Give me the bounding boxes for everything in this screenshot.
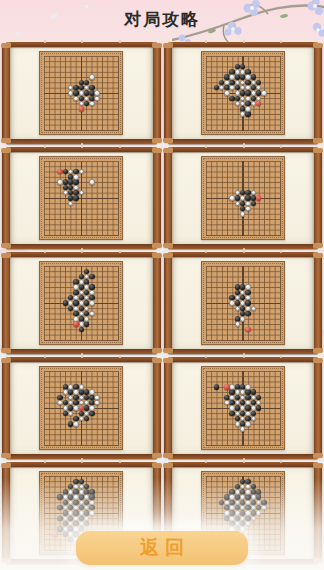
white-stone bbox=[68, 489, 73, 494]
rail-peg bbox=[280, 460, 282, 463]
white-stone bbox=[63, 526, 68, 531]
white-stone bbox=[251, 516, 256, 521]
scroll-rail-top bbox=[6, 42, 157, 47]
scroll-panel-2[interactable] bbox=[164, 42, 323, 144]
white-stone bbox=[79, 500, 84, 505]
white-stone bbox=[84, 494, 89, 499]
white-stone bbox=[245, 421, 250, 426]
scroll-rail-top bbox=[6, 462, 157, 467]
black-stone bbox=[73, 300, 78, 305]
white-stone bbox=[89, 179, 94, 184]
red-stone bbox=[79, 106, 84, 111]
scroll-roller-right bbox=[314, 149, 322, 247]
white-stone bbox=[73, 421, 78, 426]
scroll-rail-top bbox=[168, 42, 319, 47]
black-stone bbox=[89, 274, 94, 279]
rail-peg bbox=[81, 145, 83, 148]
scroll-roller-right bbox=[314, 464, 322, 562]
red-stone bbox=[224, 384, 229, 389]
white-stone bbox=[89, 101, 94, 106]
black-stone bbox=[84, 321, 89, 326]
scroll-roller-right bbox=[314, 254, 322, 352]
scroll-roller-left bbox=[2, 44, 10, 142]
rail-peg bbox=[280, 250, 282, 253]
white-stone bbox=[63, 494, 68, 499]
scroll-rail-bottom bbox=[168, 454, 319, 459]
go-board-5 bbox=[39, 261, 123, 345]
white-stone bbox=[229, 395, 234, 400]
white-stone bbox=[73, 174, 78, 179]
black-stone bbox=[79, 327, 84, 332]
rail-peg bbox=[119, 40, 121, 43]
white-stone bbox=[73, 96, 78, 101]
white-stone bbox=[229, 384, 234, 389]
white-stone bbox=[68, 384, 73, 389]
rail-peg bbox=[205, 250, 207, 253]
scroll-panel-1[interactable] bbox=[2, 42, 161, 144]
scroll-roller-left bbox=[164, 254, 172, 352]
rail-peg bbox=[205, 460, 207, 463]
white-stone bbox=[240, 526, 245, 531]
scroll-rail-bottom bbox=[6, 244, 157, 249]
black-stone bbox=[245, 111, 250, 116]
black-stone bbox=[214, 384, 219, 389]
go-board-4 bbox=[201, 156, 285, 240]
petal-decoration bbox=[15, 31, 23, 37]
white-stone bbox=[245, 74, 250, 79]
rail-peg bbox=[44, 460, 46, 463]
black-stone bbox=[57, 494, 62, 499]
white-stone bbox=[89, 290, 94, 295]
white-stone bbox=[224, 80, 229, 85]
red-stone bbox=[57, 169, 62, 174]
scroll-rail-bottom bbox=[168, 349, 319, 354]
white-stone bbox=[235, 510, 240, 515]
red-stone bbox=[73, 321, 78, 326]
scroll-rail-top bbox=[6, 252, 157, 257]
scroll-roller-right bbox=[314, 44, 322, 142]
black-stone bbox=[73, 195, 78, 200]
go-board-8 bbox=[201, 366, 285, 450]
rail-peg bbox=[81, 460, 83, 463]
white-stone bbox=[224, 400, 229, 405]
rail-peg bbox=[119, 250, 121, 253]
white-stone bbox=[245, 106, 250, 111]
white-stone bbox=[245, 500, 250, 505]
white-stone bbox=[79, 489, 84, 494]
white-stone bbox=[73, 494, 78, 499]
scroll-rail-top bbox=[168, 462, 319, 467]
white-stone bbox=[224, 510, 229, 515]
white-stone bbox=[79, 321, 84, 326]
white-stone bbox=[73, 516, 78, 521]
white-stone bbox=[89, 500, 94, 505]
white-stone bbox=[245, 510, 250, 515]
scroll-roller-left bbox=[2, 254, 10, 352]
white-stone bbox=[68, 90, 73, 95]
white-stone bbox=[245, 489, 250, 494]
white-stone bbox=[229, 195, 234, 200]
white-stone bbox=[261, 505, 266, 510]
scroll-roller-left bbox=[2, 149, 10, 247]
white-stone bbox=[229, 405, 234, 410]
white-stone bbox=[89, 311, 94, 316]
rail-peg bbox=[44, 355, 46, 358]
go-board-6 bbox=[201, 261, 285, 345]
white-stone bbox=[240, 211, 245, 216]
white-stone bbox=[251, 90, 256, 95]
rail-peg bbox=[243, 563, 245, 566]
black-stone bbox=[57, 526, 62, 531]
scroll-rail-bottom bbox=[6, 139, 157, 144]
white-stone bbox=[235, 411, 240, 416]
white-stone bbox=[57, 179, 62, 184]
white-stone bbox=[73, 306, 78, 311]
rail-peg bbox=[205, 355, 207, 358]
black-stone bbox=[245, 300, 250, 305]
scroll-roller-right bbox=[153, 44, 161, 142]
red-stone bbox=[245, 327, 250, 332]
white-stone bbox=[84, 284, 89, 289]
scroll-roller-right bbox=[153, 254, 161, 352]
black-stone bbox=[256, 405, 261, 410]
white-stone bbox=[68, 300, 73, 305]
white-stone bbox=[229, 494, 234, 499]
go-board-3 bbox=[39, 156, 123, 240]
white-stone bbox=[251, 306, 256, 311]
white-stone bbox=[245, 384, 250, 389]
white-stone bbox=[235, 421, 240, 426]
white-stone bbox=[84, 316, 89, 321]
white-stone bbox=[245, 306, 250, 311]
scroll-panel-6[interactable] bbox=[164, 252, 323, 354]
rail-peg bbox=[243, 355, 245, 358]
white-stone bbox=[245, 521, 250, 526]
white-stone bbox=[251, 80, 256, 85]
white-stone bbox=[89, 405, 94, 410]
white-stone bbox=[89, 510, 94, 515]
scroll-roller-right bbox=[153, 359, 161, 457]
white-stone bbox=[245, 411, 250, 416]
white-stone bbox=[235, 90, 240, 95]
white-stone bbox=[73, 526, 78, 531]
rail-peg bbox=[119, 145, 121, 148]
rail-peg bbox=[243, 40, 245, 43]
red-stone bbox=[79, 405, 84, 410]
back-button[interactable]: 返回 bbox=[76, 531, 248, 565]
rail-peg bbox=[44, 145, 46, 148]
white-stone bbox=[235, 489, 240, 494]
rail-peg bbox=[81, 40, 83, 43]
scroll-roller-left bbox=[2, 359, 10, 457]
white-stone bbox=[63, 516, 68, 521]
go-board-1 bbox=[39, 51, 123, 135]
white-stone bbox=[245, 284, 250, 289]
scroll-rail-bottom bbox=[168, 244, 319, 249]
rail-peg bbox=[81, 355, 83, 358]
white-stone bbox=[261, 90, 266, 95]
scroll-roller-right bbox=[153, 149, 161, 247]
rail-peg bbox=[119, 355, 121, 358]
go-board-2 bbox=[201, 51, 285, 135]
black-stone bbox=[73, 90, 78, 95]
white-stone bbox=[79, 384, 84, 389]
white-stone bbox=[73, 405, 78, 410]
scroll-rail-bottom bbox=[6, 454, 157, 459]
white-stone bbox=[229, 300, 234, 305]
white-stone bbox=[79, 279, 84, 284]
white-stone bbox=[63, 389, 68, 394]
scroll-rail-top bbox=[6, 147, 157, 152]
white-stone bbox=[89, 300, 94, 305]
black-stone bbox=[245, 405, 250, 410]
center-horizontal-line bbox=[44, 198, 119, 199]
white-stone bbox=[235, 306, 240, 311]
rail-peg bbox=[243, 145, 245, 148]
white-stone bbox=[79, 290, 84, 295]
white-stone bbox=[251, 395, 256, 400]
white-stone bbox=[79, 510, 84, 515]
red-stone bbox=[52, 531, 57, 536]
rail-peg bbox=[280, 145, 282, 148]
scroll-panel-8[interactable] bbox=[164, 357, 323, 459]
rail-peg bbox=[205, 40, 207, 43]
rail-peg bbox=[119, 460, 121, 463]
scroll-rail-bottom bbox=[168, 139, 319, 144]
white-stone bbox=[224, 90, 229, 95]
black-stone bbox=[89, 411, 94, 416]
rail-peg bbox=[205, 145, 207, 148]
scroll-roller-left bbox=[164, 359, 172, 457]
red-stone bbox=[256, 195, 261, 200]
page-title: 对局攻略 bbox=[0, 8, 324, 31]
rail-peg bbox=[44, 40, 46, 43]
scroll-roller-left bbox=[164, 44, 172, 142]
scroll-panel-5[interactable] bbox=[2, 252, 161, 354]
white-stone bbox=[251, 494, 256, 499]
rail-peg bbox=[81, 250, 83, 253]
scroll-panel-4[interactable] bbox=[164, 147, 323, 249]
white-stone bbox=[89, 389, 94, 394]
white-stone bbox=[79, 300, 84, 305]
scroll-rail-top bbox=[6, 357, 157, 362]
white-stone bbox=[73, 505, 78, 510]
white-stone bbox=[229, 74, 234, 79]
rail-peg bbox=[280, 355, 282, 358]
scroll-roller-left bbox=[164, 149, 172, 247]
white-stone bbox=[73, 295, 78, 300]
scroll-roller-right bbox=[314, 359, 322, 457]
black-stone bbox=[245, 195, 250, 200]
scroll-rail-bottom bbox=[6, 349, 157, 354]
white-stone bbox=[245, 96, 250, 101]
white-stone bbox=[94, 96, 99, 101]
white-stone bbox=[235, 321, 240, 326]
scroll-panel-3[interactable] bbox=[2, 147, 161, 249]
scroll-rail-top bbox=[168, 357, 319, 362]
white-stone bbox=[63, 405, 68, 410]
rail-peg bbox=[243, 460, 245, 463]
black-stone bbox=[245, 311, 250, 316]
white-stone bbox=[89, 74, 94, 79]
white-stone bbox=[79, 90, 84, 95]
go-board-7 bbox=[39, 366, 123, 450]
white-stone bbox=[245, 206, 250, 211]
scroll-panel-7[interactable] bbox=[2, 357, 161, 459]
white-stone bbox=[229, 516, 234, 521]
black-stone bbox=[57, 516, 62, 521]
white-stone bbox=[68, 510, 73, 515]
scroll-rail-top bbox=[168, 147, 319, 152]
white-stone bbox=[73, 185, 78, 190]
black-stone bbox=[245, 90, 250, 95]
boards-grid bbox=[2, 42, 322, 564]
rail-peg bbox=[44, 250, 46, 253]
white-stone bbox=[94, 90, 99, 95]
white-stone bbox=[256, 510, 261, 515]
black-stone bbox=[251, 201, 256, 206]
scroll-rail-top bbox=[168, 252, 319, 257]
rail-peg bbox=[243, 250, 245, 253]
white-stone bbox=[240, 69, 245, 74]
white-stone bbox=[240, 316, 245, 321]
scroll-roller-left bbox=[2, 464, 10, 562]
white-stone bbox=[235, 201, 240, 206]
white-stone bbox=[251, 405, 256, 410]
white-stone bbox=[73, 389, 78, 394]
white-stone bbox=[73, 484, 78, 489]
white-stone bbox=[73, 284, 78, 289]
white-stone bbox=[224, 500, 229, 505]
black-stone bbox=[73, 510, 78, 515]
